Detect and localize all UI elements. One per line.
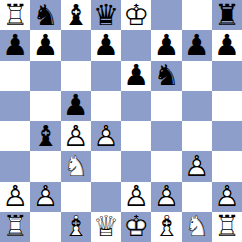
piece-white-pawn[interactable]: ♟♙ — [0, 182, 30, 212]
piece-black-pawn[interactable]: ♟ — [61, 91, 91, 121]
square-c3[interactable]: ♞♘ — [61, 151, 91, 181]
square-b8[interactable]: ♞ — [30, 0, 60, 30]
piece-black-queen[interactable]: ♛ — [91, 0, 121, 30]
square-c4[interactable]: ♟♙ — [61, 121, 91, 151]
piece-black-knight[interactable]: ♞ — [151, 61, 181, 91]
square-g6[interactable] — [182, 61, 212, 91]
square-e8[interactable]: ♚♔ — [121, 0, 151, 30]
square-a8[interactable]: ♜♖ — [0, 0, 30, 30]
piece-white-pawn[interactable]: ♟♙ — [61, 121, 91, 151]
square-g7[interactable]: ♟ — [182, 30, 212, 60]
piece-white-pawn[interactable]: ♟♙ — [91, 121, 121, 151]
square-f8[interactable] — [151, 0, 181, 30]
piece-black-pawn[interactable]: ♟ — [121, 61, 151, 91]
square-e4[interactable] — [121, 121, 151, 151]
square-f7[interactable]: ♟ — [151, 30, 181, 60]
piece-white-pawn[interactable]: ♟♙ — [30, 182, 60, 212]
square-g3[interactable]: ♟♙ — [182, 151, 212, 181]
piece-white-king[interactable]: ♚♔ — [121, 0, 151, 30]
square-c2[interactable] — [61, 182, 91, 212]
square-g1[interactable]: ♞♘ — [182, 212, 212, 242]
square-b1[interactable] — [30, 212, 60, 242]
piece-white-bishop[interactable]: ♝♗ — [151, 212, 181, 242]
square-g2[interactable] — [182, 182, 212, 212]
piece-black-pawn[interactable]: ♟ — [182, 30, 212, 60]
square-d2[interactable] — [91, 182, 121, 212]
square-b3[interactable] — [30, 151, 60, 181]
square-b2[interactable]: ♟♙ — [30, 182, 60, 212]
square-e5[interactable] — [121, 91, 151, 121]
square-f2[interactable]: ♟♙ — [151, 182, 181, 212]
square-a4[interactable] — [0, 121, 30, 151]
square-c6[interactable] — [61, 61, 91, 91]
square-b6[interactable] — [30, 61, 60, 91]
square-e7[interactable] — [121, 30, 151, 60]
square-f3[interactable] — [151, 151, 181, 181]
square-b5[interactable] — [30, 91, 60, 121]
square-g5[interactable] — [182, 91, 212, 121]
square-h1[interactable]: ♜♖ — [212, 212, 242, 242]
square-f4[interactable] — [151, 121, 181, 151]
square-f6[interactable]: ♞ — [151, 61, 181, 91]
square-h6[interactable] — [212, 61, 242, 91]
piece-white-bishop[interactable]: ♝♗ — [61, 212, 91, 242]
square-d1[interactable]: ♛♕ — [91, 212, 121, 242]
square-g8[interactable] — [182, 0, 212, 30]
piece-black-rook[interactable]: ♜ — [212, 0, 242, 30]
square-c5[interactable]: ♟ — [61, 91, 91, 121]
square-b7[interactable]: ♟ — [30, 30, 60, 60]
square-e1[interactable]: ♚♔ — [121, 212, 151, 242]
piece-white-queen[interactable]: ♛♕ — [91, 212, 121, 242]
square-e6[interactable]: ♟ — [121, 61, 151, 91]
piece-white-rook[interactable]: ♜♖ — [0, 212, 30, 242]
piece-white-pawn[interactable]: ♟♙ — [121, 182, 151, 212]
square-h5[interactable] — [212, 91, 242, 121]
piece-black-bishop[interactable]: ♝ — [30, 121, 60, 151]
square-f5[interactable] — [151, 91, 181, 121]
piece-black-pawn[interactable]: ♟ — [151, 30, 181, 60]
square-h8[interactable]: ♜ — [212, 0, 242, 30]
square-e2[interactable]: ♟♙ — [121, 182, 151, 212]
piece-white-pawn[interactable]: ♟♙ — [151, 182, 181, 212]
piece-black-knight[interactable]: ♞ — [30, 0, 60, 30]
piece-black-pawn[interactable]: ♟ — [212, 30, 242, 60]
square-h2[interactable]: ♟♙ — [212, 182, 242, 212]
square-c1[interactable]: ♝♗ — [61, 212, 91, 242]
square-g4[interactable] — [182, 121, 212, 151]
piece-black-pawn[interactable]: ♟ — [30, 30, 60, 60]
square-f1[interactable]: ♝♗ — [151, 212, 181, 242]
square-d4[interactable]: ♟♙ — [91, 121, 121, 151]
square-c7[interactable] — [61, 30, 91, 60]
square-a2[interactable]: ♟♙ — [0, 182, 30, 212]
square-h4[interactable] — [212, 121, 242, 151]
square-d8[interactable]: ♛ — [91, 0, 121, 30]
chess-board: ♜♖♞♝♛♚♔♜♟♟♟♟♟♟♟♞♟♝♟♙♟♙♞♘♟♙♟♙♟♙♟♙♟♙♟♙♜♖♝♗… — [0, 0, 242, 242]
square-a6[interactable] — [0, 61, 30, 91]
square-d6[interactable] — [91, 61, 121, 91]
square-c8[interactable]: ♝ — [61, 0, 91, 30]
piece-white-knight[interactable]: ♞♘ — [61, 151, 91, 181]
square-a3[interactable] — [0, 151, 30, 181]
square-d3[interactable] — [91, 151, 121, 181]
piece-black-bishop[interactable]: ♝ — [61, 0, 91, 30]
square-h7[interactable]: ♟ — [212, 30, 242, 60]
square-d5[interactable] — [91, 91, 121, 121]
piece-white-pawn[interactable]: ♟♙ — [182, 151, 212, 181]
square-e3[interactable] — [121, 151, 151, 181]
square-d7[interactable]: ♟ — [91, 30, 121, 60]
piece-white-rook[interactable]: ♜♖ — [212, 212, 242, 242]
piece-black-pawn[interactable]: ♟ — [0, 30, 30, 60]
piece-white-knight[interactable]: ♞♘ — [182, 212, 212, 242]
square-h3[interactable] — [212, 151, 242, 181]
square-a1[interactable]: ♜♖ — [0, 212, 30, 242]
piece-black-pawn[interactable]: ♟ — [91, 30, 121, 60]
square-b4[interactable]: ♝ — [30, 121, 60, 151]
piece-white-rook[interactable]: ♜♖ — [0, 0, 30, 30]
square-a5[interactable] — [0, 91, 30, 121]
piece-white-king[interactable]: ♚♔ — [121, 212, 151, 242]
piece-white-pawn[interactable]: ♟♙ — [212, 182, 242, 212]
square-a7[interactable]: ♟ — [0, 30, 30, 60]
